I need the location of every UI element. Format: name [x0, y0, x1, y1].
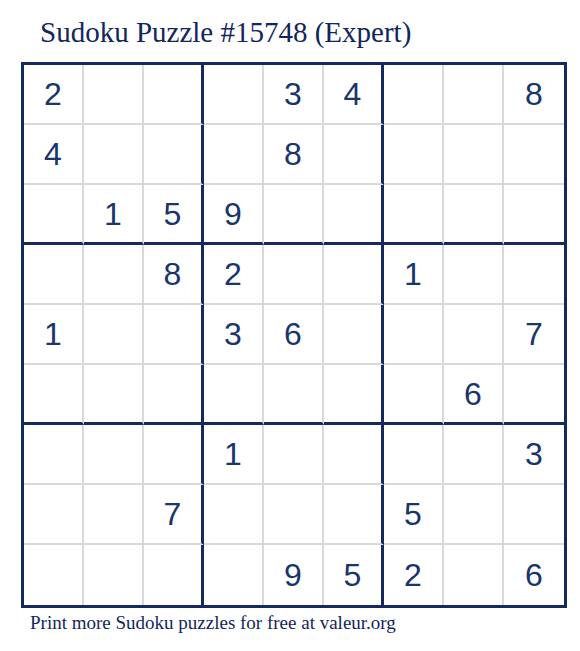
sudoku-cell-r9c2[interactable] — [84, 545, 144, 605]
sudoku-cell-r7c3[interactable] — [144, 425, 204, 485]
footer-text: Print more Sudoku puzzles for free at va… — [30, 612, 396, 635]
sudoku-cell-r8c5[interactable] — [264, 485, 324, 545]
sudoku-cell-r4c3[interactable]: 8 — [144, 245, 204, 305]
sudoku-cell-r9c5[interactable]: 9 — [264, 545, 324, 605]
sudoku-cell-r2c5[interactable]: 8 — [264, 125, 324, 185]
sudoku-cell-r4c5[interactable] — [264, 245, 324, 305]
sudoku-cell-r1c1[interactable]: 2 — [24, 65, 84, 125]
sudoku-cell-r8c4[interactable] — [204, 485, 264, 545]
sudoku-cell-r1c8[interactable] — [444, 65, 504, 125]
sudoku-cell-r7c8[interactable] — [444, 425, 504, 485]
sudoku-cell-r7c1[interactable] — [24, 425, 84, 485]
sudoku-cell-r5c6[interactable] — [324, 305, 384, 365]
sudoku-cell-r1c5[interactable]: 3 — [264, 65, 324, 125]
sudoku-cell-r4c1[interactable] — [24, 245, 84, 305]
sudoku-cell-r4c9[interactable] — [504, 245, 564, 305]
sudoku-cell-r5c1[interactable]: 1 — [24, 305, 84, 365]
sudoku-cell-r6c8[interactable]: 6 — [444, 365, 504, 425]
sudoku-cell-r2c9[interactable] — [504, 125, 564, 185]
sudoku-cell-r8c9[interactable] — [504, 485, 564, 545]
sudoku-cell-r7c5[interactable] — [264, 425, 324, 485]
sudoku-cell-r6c4[interactable] — [204, 365, 264, 425]
sudoku-cell-r3c1[interactable] — [24, 185, 84, 245]
sudoku-cell-r7c6[interactable] — [324, 425, 384, 485]
sudoku-cell-r8c8[interactable] — [444, 485, 504, 545]
sudoku-cell-r9c7[interactable]: 2 — [384, 545, 444, 605]
sudoku-cell-r3c4[interactable]: 9 — [204, 185, 264, 245]
sudoku-cell-r1c7[interactable] — [384, 65, 444, 125]
page-title: Sudoku Puzzle #15748 (Expert) — [40, 17, 411, 49]
sudoku-cell-r3c7[interactable] — [384, 185, 444, 245]
sudoku-cell-r1c6[interactable]: 4 — [324, 65, 384, 125]
sudoku-cell-r5c2[interactable] — [84, 305, 144, 365]
sudoku-cell-r7c2[interactable] — [84, 425, 144, 485]
sudoku-cell-r8c2[interactable] — [84, 485, 144, 545]
sudoku-cell-r3c9[interactable] — [504, 185, 564, 245]
sudoku-cell-r9c1[interactable] — [24, 545, 84, 605]
sudoku-cell-r7c4[interactable]: 1 — [204, 425, 264, 485]
sudoku-cell-r1c2[interactable] — [84, 65, 144, 125]
sudoku-cell-r2c1[interactable]: 4 — [24, 125, 84, 185]
sudoku-cell-r3c3[interactable]: 5 — [144, 185, 204, 245]
sudoku-cell-r5c5[interactable]: 6 — [264, 305, 324, 365]
sudoku-cell-r4c8[interactable] — [444, 245, 504, 305]
sudoku-cell-r9c3[interactable] — [144, 545, 204, 605]
sudoku-cell-r2c2[interactable] — [84, 125, 144, 185]
sudoku-cell-r9c4[interactable] — [204, 545, 264, 605]
sudoku-cell-r8c1[interactable] — [24, 485, 84, 545]
sudoku-cell-r5c8[interactable] — [444, 305, 504, 365]
sudoku-cell-r6c3[interactable] — [144, 365, 204, 425]
sudoku-cell-r1c3[interactable] — [144, 65, 204, 125]
sudoku-cell-r9c6[interactable]: 5 — [324, 545, 384, 605]
sudoku-cell-r2c8[interactable] — [444, 125, 504, 185]
sudoku-cell-r4c6[interactable] — [324, 245, 384, 305]
sudoku-cell-r9c8[interactable] — [444, 545, 504, 605]
sudoku-cell-r1c4[interactable] — [204, 65, 264, 125]
sudoku-cell-r6c1[interactable] — [24, 365, 84, 425]
sudoku-cell-r5c4[interactable]: 3 — [204, 305, 264, 365]
sudoku-cell-r6c6[interactable] — [324, 365, 384, 425]
sudoku-cell-r4c4[interactable]: 2 — [204, 245, 264, 305]
sudoku-cell-r2c3[interactable] — [144, 125, 204, 185]
sudoku-cell-r3c8[interactable] — [444, 185, 504, 245]
sudoku-cell-r3c6[interactable] — [324, 185, 384, 245]
sudoku-cell-r8c6[interactable] — [324, 485, 384, 545]
sudoku-cell-r7c9[interactable]: 3 — [504, 425, 564, 485]
sudoku-cell-r2c7[interactable] — [384, 125, 444, 185]
sudoku-cell-r2c6[interactable] — [324, 125, 384, 185]
sudoku-cell-r8c7[interactable]: 5 — [384, 485, 444, 545]
sudoku-cell-r6c2[interactable] — [84, 365, 144, 425]
sudoku-cell-r6c5[interactable] — [264, 365, 324, 425]
sudoku-cell-r2c4[interactable] — [204, 125, 264, 185]
sudoku-board: 2348481598211367613759526 — [21, 62, 567, 608]
sudoku-cell-r5c7[interactable] — [384, 305, 444, 365]
sudoku-cell-r9c9[interactable]: 6 — [504, 545, 564, 605]
sudoku-cell-r5c9[interactable]: 7 — [504, 305, 564, 365]
sudoku-cell-r7c7[interactable] — [384, 425, 444, 485]
sudoku-cell-r8c3[interactable]: 7 — [144, 485, 204, 545]
sudoku-cell-r4c7[interactable]: 1 — [384, 245, 444, 305]
sudoku-cell-r3c2[interactable]: 1 — [84, 185, 144, 245]
sudoku-cell-r6c9[interactable] — [504, 365, 564, 425]
sudoku-cell-r3c5[interactable] — [264, 185, 324, 245]
sudoku-cell-r1c9[interactable]: 8 — [504, 65, 564, 125]
sudoku-cell-r6c7[interactable] — [384, 365, 444, 425]
sudoku-cell-r4c2[interactable] — [84, 245, 144, 305]
sudoku-cell-r5c3[interactable] — [144, 305, 204, 365]
